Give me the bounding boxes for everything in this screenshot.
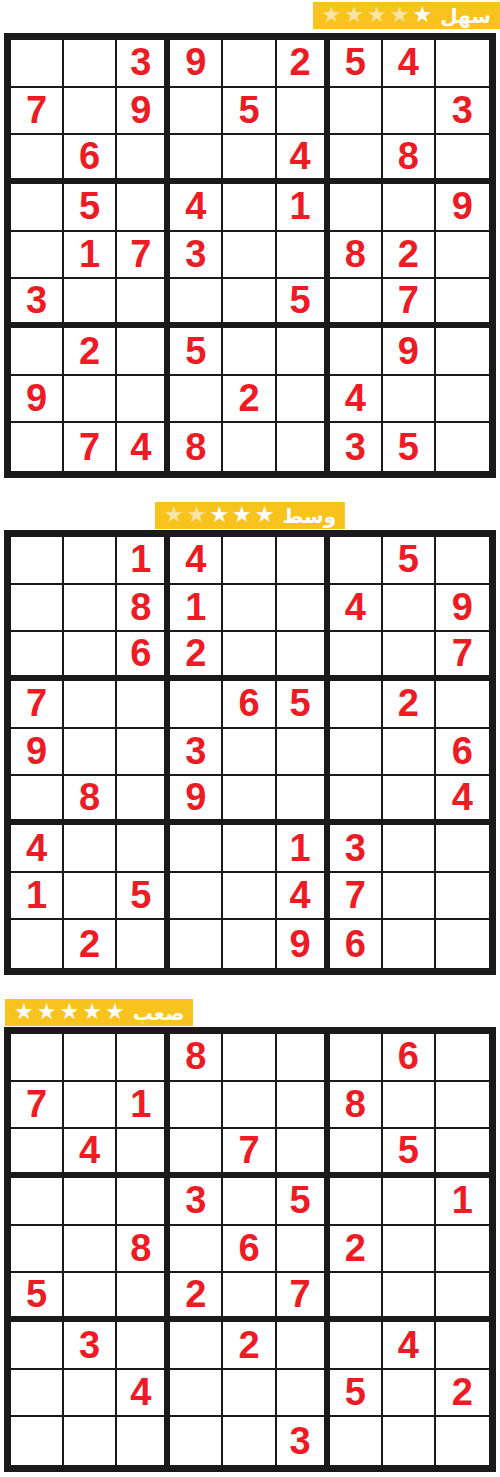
- star-empty-icon: ★: [344, 4, 364, 26]
- sudoku-cell-r1c1[interactable]: [11, 537, 64, 585]
- sudoku-cell-r9c6[interactable]: 9: [277, 920, 330, 968]
- sudoku-cell-r9c2[interactable]: 7: [64, 423, 117, 471]
- sudoku-cell-r5c5[interactable]: 6: [223, 1226, 276, 1274]
- sudoku-cell-r3c5[interactable]: [223, 632, 276, 681]
- sudoku-cell-r1c4[interactable]: 8: [170, 1034, 223, 1082]
- sudoku-cell-r3c9[interactable]: 7: [436, 632, 489, 681]
- sudoku-cell-r7c6[interactable]: [277, 1322, 330, 1370]
- sudoku-cell-r3c4[interactable]: [170, 1129, 223, 1178]
- star-filled-icon: ★: [105, 1001, 125, 1023]
- sudoku-cell-r1c5[interactable]: [223, 40, 276, 88]
- sudoku-cell-r3c7[interactable]: [330, 135, 383, 184]
- sudoku-cell-r4c2[interactable]: 5: [64, 184, 117, 232]
- sudoku-cell-r5c7[interactable]: 8: [330, 232, 383, 280]
- sudoku-cell-r4c3[interactable]: [117, 184, 170, 232]
- sudoku-cell-r4c6[interactable]: 5: [277, 1178, 330, 1226]
- sudoku-cell-r5c6[interactable]: [277, 232, 330, 280]
- star-filled-icon: ★: [37, 1001, 57, 1023]
- sudoku-cell-r6c2[interactable]: [64, 279, 117, 328]
- sudoku-cell-r7c9[interactable]: [436, 328, 489, 376]
- sudoku-cell-r3c1[interactable]: [11, 632, 64, 681]
- sudoku-cell-r3c3[interactable]: [117, 135, 170, 184]
- sudoku-cell-r1c3[interactable]: 3: [117, 40, 170, 88]
- star-filled-icon: ★: [255, 504, 275, 526]
- sudoku-cell-r5c4[interactable]: 3: [170, 232, 223, 280]
- star-filled-icon: ★: [209, 504, 229, 526]
- sudoku-cell-r3c4[interactable]: [170, 135, 223, 184]
- sudoku-cell-r2c6[interactable]: [277, 585, 330, 633]
- sudoku-cell-r2c2[interactable]: [64, 88, 117, 136]
- star-empty-icon: ★: [322, 4, 342, 26]
- sudoku-cell-r8c6[interactable]: 4: [277, 873, 330, 921]
- sudoku-cell-r1c6[interactable]: 2: [277, 40, 330, 88]
- sudoku-cell-r5c9[interactable]: [436, 1226, 489, 1274]
- sudoku-cell-r7c6[interactable]: [277, 328, 330, 376]
- sudoku-cell-r4c8[interactable]: 2: [383, 681, 436, 729]
- sudoku-cell-r6c5[interactable]: [223, 1273, 276, 1322]
- sudoku-cell-r7c2[interactable]: [64, 825, 117, 873]
- sudoku-cell-r1c6[interactable]: [277, 1034, 330, 1082]
- sudoku-cell-r3c5[interactable]: 7: [223, 1129, 276, 1178]
- sudoku-cell-r8c8[interactable]: [383, 376, 436, 424]
- sudoku-cell-r5c9[interactable]: [436, 232, 489, 280]
- sudoku-cell-r4c6[interactable]: 1: [277, 184, 330, 232]
- sudoku-cell-r8c6[interactable]: [277, 376, 330, 424]
- sudoku-cell-r7c1[interactable]: [11, 1322, 64, 1370]
- sudoku-cell-r9c9[interactable]: [436, 920, 489, 968]
- sudoku-cell-r7c7[interactable]: 3: [330, 825, 383, 873]
- sudoku-cell-r8c9[interactable]: 2: [436, 1370, 489, 1418]
- sudoku-cell-r7c3[interactable]: [117, 328, 170, 376]
- sudoku-cell-r9c8[interactable]: 5: [383, 423, 436, 471]
- star-empty-icon: ★: [187, 504, 207, 526]
- sudoku-cell-r8c2[interactable]: [64, 376, 117, 424]
- sudoku-cell-r8c7[interactable]: 5: [330, 1370, 383, 1418]
- sudoku-cell-r9c5[interactable]: [223, 1417, 276, 1465]
- sudoku-cell-r1c8[interactable]: 4: [383, 40, 436, 88]
- sudoku-cell-r6c4[interactable]: 9: [170, 776, 223, 825]
- sudoku-cell-r9c3[interactable]: 4: [117, 423, 170, 471]
- sudoku-cell-r5c6[interactable]: [277, 729, 330, 777]
- sudoku-cell-r8c1[interactable]: 9: [11, 376, 64, 424]
- sudoku-cell-r8c5[interactable]: [223, 873, 276, 921]
- sudoku-cell-r5c8[interactable]: [383, 729, 436, 777]
- sudoku-cell-r4c9[interactable]: 1: [436, 1178, 489, 1226]
- sudoku-cell-r8c4[interactable]: [170, 873, 223, 921]
- sudoku-cell-r9c6[interactable]: [277, 423, 330, 471]
- sudoku-cell-r7c8[interactable]: 9: [383, 328, 436, 376]
- sudoku-cell-r5c8[interactable]: [383, 1226, 436, 1274]
- sudoku-cell-r6c3[interactable]: [117, 279, 170, 328]
- sudoku-cell-r6c1[interactable]: [11, 776, 64, 825]
- sudoku-cell-r5c2[interactable]: [64, 1226, 117, 1274]
- difficulty-stars-easy: ★★★★★: [322, 5, 433, 27]
- sudoku-cell-r6c8[interactable]: [383, 1273, 436, 1322]
- difficulty-stars-hard: ★★★★★: [14, 1002, 125, 1024]
- sudoku-cell-r1c8[interactable]: 6: [383, 1034, 436, 1082]
- sudoku-cell-r5c6[interactable]: [277, 1226, 330, 1274]
- sudoku-cell-r7c1[interactable]: 4: [11, 825, 64, 873]
- sudoku-cell-r5c5[interactable]: [223, 729, 276, 777]
- sudoku-cell-r2c1[interactable]: 7: [11, 88, 64, 136]
- difficulty-banner-medium: ★★★★★ وسط: [155, 502, 345, 529]
- sudoku-cell-r1c5[interactable]: [223, 1034, 276, 1082]
- star-empty-icon: ★: [390, 4, 410, 26]
- sudoku-cell-r4c9[interactable]: 9: [436, 184, 489, 232]
- sudoku-cell-r6c4[interactable]: 2: [170, 1273, 223, 1322]
- sudoku-cell-r6c6[interactable]: 5: [277, 279, 330, 328]
- sudoku-cell-r3c2[interactable]: [64, 632, 117, 681]
- sudoku-cell-r6c4[interactable]: [170, 279, 223, 328]
- sudoku-page: ★★★★★ سهل 392547953648541917382357259924…: [0, 0, 500, 1477]
- sudoku-cell-r9c1[interactable]: [11, 1417, 64, 1465]
- sudoku-cell-r1c3[interactable]: [117, 1034, 170, 1082]
- sudoku-cell-r7c4[interactable]: [170, 825, 223, 873]
- sudoku-grid-medium: 145814962776529368944131547296: [4, 530, 496, 975]
- sudoku-cell-r6c3[interactable]: [117, 1273, 170, 1322]
- sudoku-cell-r1c7[interactable]: 5: [330, 40, 383, 88]
- star-filled-icon: ★: [413, 4, 433, 26]
- sudoku-cell-r6c5[interactable]: [223, 776, 276, 825]
- sudoku-cell-r1c6[interactable]: [277, 537, 330, 585]
- star-filled-icon: ★: [14, 1001, 34, 1023]
- sudoku-cell-r1c7[interactable]: [330, 537, 383, 585]
- sudoku-cell-r8c9[interactable]: [436, 873, 489, 921]
- sudoku-cell-r6c9[interactable]: [436, 279, 489, 328]
- sudoku-cell-r3c6[interactable]: [277, 1129, 330, 1178]
- sudoku-cell-r2c4[interactable]: [170, 88, 223, 136]
- sudoku-cell-r9c2[interactable]: 2: [64, 920, 117, 968]
- sudoku-cell-r6c5[interactable]: [223, 279, 276, 328]
- difficulty-label-easy: سهل: [440, 6, 491, 26]
- sudoku-cell-r7c2[interactable]: 3: [64, 1322, 117, 1370]
- sudoku-cell-r9c9[interactable]: [436, 1417, 489, 1465]
- sudoku-cell-r4c1[interactable]: 7: [11, 681, 64, 729]
- sudoku-cell-r2c4[interactable]: [170, 1082, 223, 1130]
- sudoku-cell-r1c1[interactable]: [11, 1034, 64, 1082]
- sudoku-cell-r2c5[interactable]: [223, 585, 276, 633]
- sudoku-cell-r7c3[interactable]: [117, 825, 170, 873]
- sudoku-cell-r1c4[interactable]: 4: [170, 537, 223, 585]
- sudoku-cell-r8c2[interactable]: [64, 1370, 117, 1418]
- sudoku-cell-r1c1[interactable]: [11, 40, 64, 88]
- sudoku-cell-r4c8[interactable]: [383, 184, 436, 232]
- sudoku-cell-r3c6[interactable]: [277, 632, 330, 681]
- sudoku-cell-r6c2[interactable]: [64, 1273, 117, 1322]
- sudoku-cell-r9c4[interactable]: 8: [170, 423, 223, 471]
- sudoku-cell-r9c5[interactable]: [223, 423, 276, 471]
- sudoku-cell-r2c6[interactable]: [277, 88, 330, 136]
- sudoku-cell-r7c7[interactable]: [330, 328, 383, 376]
- sudoku-cell-r5c1[interactable]: 9: [11, 729, 64, 777]
- difficulty-banner-hard: ★★★★★ صعب: [5, 999, 193, 1026]
- sudoku-cell-r6c7[interactable]: [330, 1273, 383, 1322]
- difficulty-banner-easy: ★★★★★ سهل: [313, 2, 500, 29]
- difficulty-label-medium: وسط: [283, 506, 337, 526]
- star-filled-icon: ★: [82, 1001, 102, 1023]
- sudoku-cell-r5c3[interactable]: [117, 729, 170, 777]
- sudoku-cell-r4c3[interactable]: [117, 1178, 170, 1226]
- sudoku-cell-r2c6[interactable]: [277, 1082, 330, 1130]
- sudoku-cell-r9c1[interactable]: [11, 920, 64, 968]
- sudoku-cell-r4c3[interactable]: [117, 681, 170, 729]
- sudoku-cell-r9c8[interactable]: [383, 1417, 436, 1465]
- sudoku-cell-r2c3[interactable]: 9: [117, 88, 170, 136]
- sudoku-cell-r2c3[interactable]: 8: [117, 585, 170, 633]
- sudoku-cell-r7c4[interactable]: [170, 1322, 223, 1370]
- sudoku-cell-r7c4[interactable]: 5: [170, 328, 223, 376]
- sudoku-cell-r2c5[interactable]: 5: [223, 88, 276, 136]
- sudoku-cell-r8c6[interactable]: [277, 1370, 330, 1418]
- sudoku-cell-r3c1[interactable]: [11, 1129, 64, 1178]
- sudoku-cell-r3c2[interactable]: 4: [64, 1129, 117, 1178]
- sudoku-cell-r9c3[interactable]: [117, 1417, 170, 1465]
- sudoku-grid-easy: 39254795364854191738235725992474835: [4, 33, 496, 478]
- sudoku-cell-r4c5[interactable]: 6: [223, 681, 276, 729]
- star-empty-icon: ★: [164, 504, 184, 526]
- sudoku-cell-r3c8[interactable]: 8: [383, 135, 436, 184]
- sudoku-cell-r7c9[interactable]: [436, 825, 489, 873]
- sudoku-cell-r9c7[interactable]: 3: [330, 423, 383, 471]
- sudoku-cell-r3c9[interactable]: [436, 1129, 489, 1178]
- sudoku-cell-r9c5[interactable]: [223, 920, 276, 968]
- sudoku-cell-r5c8[interactable]: 2: [383, 232, 436, 280]
- sudoku-cell-r5c7[interactable]: [330, 729, 383, 777]
- sudoku-cell-r8c8[interactable]: [383, 873, 436, 921]
- sudoku-cell-r7c1[interactable]: [11, 328, 64, 376]
- sudoku-cell-r2c9[interactable]: [436, 1082, 489, 1130]
- sudoku-cell-r5c4[interactable]: 3: [170, 729, 223, 777]
- sudoku-cell-r4c7[interactable]: [330, 681, 383, 729]
- sudoku-cell-r7c7[interactable]: [330, 1322, 383, 1370]
- sudoku-cell-r2c1[interactable]: [11, 585, 64, 633]
- sudoku-cell-r2c7[interactable]: 8: [330, 1082, 383, 1130]
- sudoku-cell-r1c9[interactable]: [436, 537, 489, 585]
- star-filled-icon: ★: [59, 1001, 79, 1023]
- sudoku-cell-r9c4[interactable]: [170, 1417, 223, 1465]
- sudoku-cell-r8c5[interactable]: [223, 1370, 276, 1418]
- sudoku-cell-r8c2[interactable]: [64, 873, 117, 921]
- sudoku-cell-r5c4[interactable]: [170, 1226, 223, 1274]
- sudoku-cell-r8c4[interactable]: [170, 1370, 223, 1418]
- sudoku-cell-r6c7[interactable]: [330, 279, 383, 328]
- sudoku-cell-r7c5[interactable]: [223, 825, 276, 873]
- sudoku-cell-r5c1[interactable]: [11, 1226, 64, 1274]
- sudoku-cell-r8c1[interactable]: 1: [11, 873, 64, 921]
- sudoku-cell-r8c3[interactable]: 4: [117, 1370, 170, 1418]
- sudoku-cell-r1c3[interactable]: 1: [117, 537, 170, 585]
- sudoku-cell-r6c9[interactable]: [436, 1273, 489, 1322]
- sudoku-cell-r6c1[interactable]: 3: [11, 279, 64, 328]
- sudoku-cell-r3c8[interactable]: [383, 632, 436, 681]
- sudoku-cell-r1c8[interactable]: 5: [383, 537, 436, 585]
- sudoku-cell-r7c2[interactable]: 2: [64, 328, 117, 376]
- sudoku-cell-r6c1[interactable]: 5: [11, 1273, 64, 1322]
- sudoku-cell-r2c8[interactable]: [383, 88, 436, 136]
- sudoku-cell-r6c8[interactable]: 7: [383, 279, 436, 328]
- sudoku-cell-r7c8[interactable]: 4: [383, 1322, 436, 1370]
- sudoku-cell-r3c7[interactable]: [330, 1129, 383, 1178]
- sudoku-cell-r7c8[interactable]: [383, 825, 436, 873]
- sudoku-cell-r2c9[interactable]: 3: [436, 88, 489, 136]
- sudoku-cell-r5c1[interactable]: [11, 232, 64, 280]
- sudoku-cell-r8c1[interactable]: [11, 1370, 64, 1418]
- sudoku-grid-hard: 867184753518625273244523: [4, 1027, 496, 1472]
- sudoku-cell-r3c9[interactable]: [436, 135, 489, 184]
- sudoku-cell-r7c6[interactable]: 1: [277, 825, 330, 873]
- star-empty-icon: ★: [367, 4, 387, 26]
- sudoku-cell-r2c1[interactable]: 7: [11, 1082, 64, 1130]
- sudoku-cell-r8c3[interactable]: [117, 376, 170, 424]
- sudoku-cell-r4c5[interactable]: [223, 1178, 276, 1226]
- sudoku-cell-r3c2[interactable]: 6: [64, 135, 117, 184]
- sudoku-cell-r3c6[interactable]: 4: [277, 135, 330, 184]
- sudoku-cell-r5c2[interactable]: 1: [64, 232, 117, 280]
- difficulty-stars-medium: ★★★★★: [164, 505, 275, 527]
- sudoku-cell-r6c6[interactable]: [277, 776, 330, 825]
- sudoku-cell-r6c8[interactable]: [383, 776, 436, 825]
- sudoku-cell-r4c2[interactable]: [64, 681, 117, 729]
- sudoku-cell-r3c7[interactable]: [330, 632, 383, 681]
- sudoku-cell-r5c9[interactable]: 6: [436, 729, 489, 777]
- sudoku-cell-r1c2[interactable]: [64, 537, 117, 585]
- sudoku-cell-r9c9[interactable]: [436, 423, 489, 471]
- sudoku-cell-r7c9[interactable]: [436, 1322, 489, 1370]
- sudoku-cell-r9c7[interactable]: [330, 1417, 383, 1465]
- sudoku-cell-r6c3[interactable]: [117, 776, 170, 825]
- sudoku-cell-r3c4[interactable]: 2: [170, 632, 223, 681]
- sudoku-cell-r2c7[interactable]: 4: [330, 585, 383, 633]
- sudoku-cell-r6c7[interactable]: [330, 776, 383, 825]
- star-filled-icon: ★: [232, 504, 252, 526]
- sudoku-cell-r2c7[interactable]: [330, 88, 383, 136]
- sudoku-cell-r8c9[interactable]: [436, 376, 489, 424]
- sudoku-cell-r1c7[interactable]: [330, 1034, 383, 1082]
- sudoku-cell-r7c3[interactable]: [117, 1322, 170, 1370]
- sudoku-cell-r2c9[interactable]: 9: [436, 585, 489, 633]
- sudoku-cell-r2c2[interactable]: [64, 585, 117, 633]
- sudoku-cell-r9c1[interactable]: [11, 423, 64, 471]
- sudoku-cell-r2c8[interactable]: [383, 1082, 436, 1130]
- sudoku-cell-r1c9[interactable]: [436, 1034, 489, 1082]
- sudoku-cell-r8c5[interactable]: 2: [223, 376, 276, 424]
- sudoku-cell-r4c6[interactable]: 5: [277, 681, 330, 729]
- difficulty-label-hard: صعب: [133, 1003, 185, 1023]
- sudoku-cell-r4c9[interactable]: [436, 681, 489, 729]
- sudoku-cell-r1c4[interactable]: 9: [170, 40, 223, 88]
- sudoku-cell-r4c4[interactable]: [170, 681, 223, 729]
- sudoku-cell-r9c8[interactable]: [383, 920, 436, 968]
- sudoku-cell-r6c9[interactable]: 4: [436, 776, 489, 825]
- sudoku-cell-r8c7[interactable]: 7: [330, 873, 383, 921]
- sudoku-cell-r7c5[interactable]: 2: [223, 1322, 276, 1370]
- sudoku-cell-r1c2[interactable]: [64, 1034, 117, 1082]
- sudoku-cell-r5c3[interactable]: 8: [117, 1226, 170, 1274]
- sudoku-cell-r4c5[interactable]: [223, 184, 276, 232]
- sudoku-cell-r2c3[interactable]: 1: [117, 1082, 170, 1130]
- sudoku-cell-r6c2[interactable]: 8: [64, 776, 117, 825]
- sudoku-cell-r6c6[interactable]: 7: [277, 1273, 330, 1322]
- sudoku-cell-r5c2[interactable]: [64, 729, 117, 777]
- sudoku-cell-r2c5[interactable]: [223, 1082, 276, 1130]
- sudoku-cell-r8c3[interactable]: 5: [117, 873, 170, 921]
- sudoku-cell-r2c4[interactable]: 1: [170, 585, 223, 633]
- sudoku-cell-r8c8[interactable]: [383, 1370, 436, 1418]
- sudoku-cell-r4c4[interactable]: 4: [170, 184, 223, 232]
- sudoku-cell-r3c1[interactable]: [11, 135, 64, 184]
- sudoku-cell-r8c7[interactable]: 4: [330, 376, 383, 424]
- sudoku-cell-r2c2[interactable]: [64, 1082, 117, 1130]
- sudoku-cell-r3c5[interactable]: [223, 135, 276, 184]
- sudoku-cell-r4c7[interactable]: [330, 1178, 383, 1226]
- sudoku-cell-r9c3[interactable]: [117, 920, 170, 968]
- sudoku-cell-r4c8[interactable]: [383, 1178, 436, 1226]
- sudoku-cell-r4c2[interactable]: [64, 1178, 117, 1226]
- sudoku-cell-r7c5[interactable]: [223, 328, 276, 376]
- sudoku-cell-r3c8[interactable]: 5: [383, 1129, 436, 1178]
- sudoku-cell-r5c3[interactable]: 7: [117, 232, 170, 280]
- sudoku-cell-r4c4[interactable]: 3: [170, 1178, 223, 1226]
- sudoku-cell-r4c7[interactable]: [330, 184, 383, 232]
- sudoku-cell-r5c7[interactable]: 2: [330, 1226, 383, 1274]
- sudoku-cell-r4c1[interactable]: [11, 184, 64, 232]
- sudoku-cell-r9c4[interactable]: [170, 920, 223, 968]
- sudoku-cell-r9c7[interactable]: 6: [330, 920, 383, 968]
- sudoku-cell-r3c3[interactable]: 6: [117, 632, 170, 681]
- sudoku-cell-r1c5[interactable]: [223, 537, 276, 585]
- sudoku-cell-r4c1[interactable]: [11, 1178, 64, 1226]
- sudoku-cell-r2c8[interactable]: [383, 585, 436, 633]
- sudoku-cell-r1c2[interactable]: [64, 40, 117, 88]
- sudoku-cell-r5c5[interactable]: [223, 232, 276, 280]
- sudoku-cell-r9c6[interactable]: 3: [277, 1417, 330, 1465]
- sudoku-cell-r8c4[interactable]: [170, 376, 223, 424]
- sudoku-cell-r9c2[interactable]: [64, 1417, 117, 1465]
- sudoku-cell-r3c3[interactable]: [117, 1129, 170, 1178]
- sudoku-cell-r1c9[interactable]: [436, 40, 489, 88]
